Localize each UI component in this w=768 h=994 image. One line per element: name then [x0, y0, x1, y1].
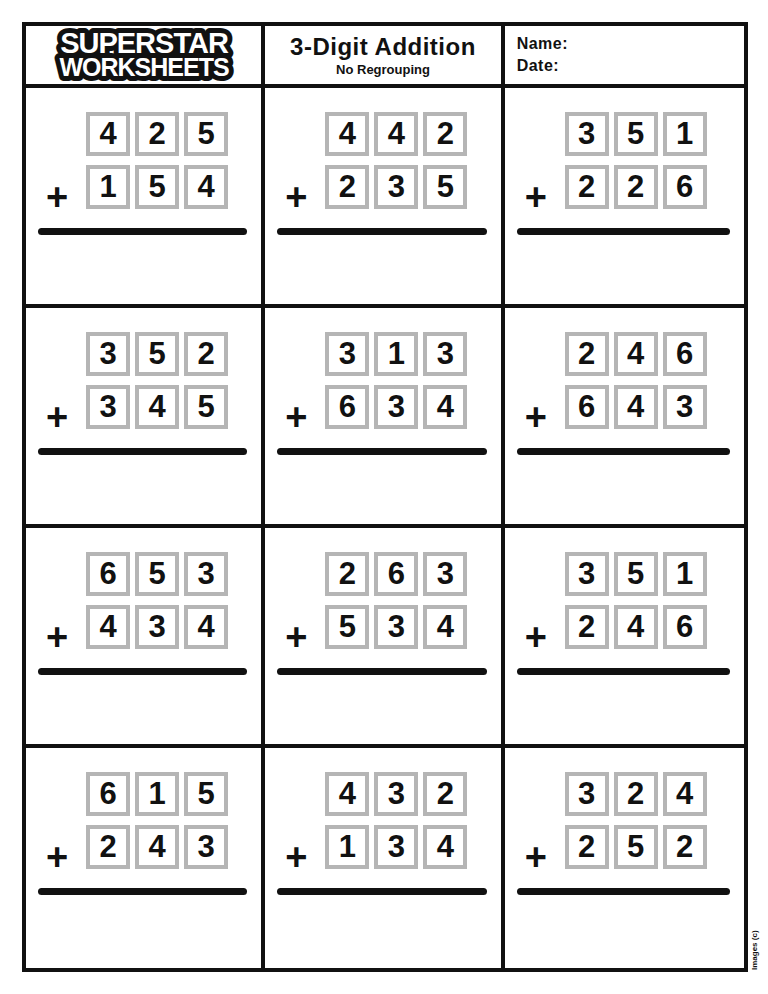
problem-cell: +425154 — [26, 88, 265, 308]
addend-bottom-row: 235 — [325, 165, 467, 209]
digit-box: 4 — [325, 772, 369, 816]
addend-boxes: 352345 — [86, 332, 228, 429]
answer-line — [277, 888, 486, 895]
digit-box: 2 — [565, 165, 609, 209]
answer-line — [277, 668, 486, 675]
plus-operator: + — [46, 398, 68, 436]
addend-boxes: 263534 — [325, 552, 467, 649]
addend-top-row: 425 — [86, 112, 228, 156]
name-label: Name: — [517, 35, 738, 53]
addend-bottom-row: 434 — [86, 605, 228, 649]
addend-boxes: 246643 — [565, 332, 707, 429]
date-label: Date: — [517, 57, 738, 75]
addend-top-row: 432 — [325, 772, 467, 816]
digit-box: 3 — [135, 605, 179, 649]
digit-box: 3 — [565, 772, 609, 816]
digit-box: 3 — [565, 112, 609, 156]
addend-boxes: 425154 — [86, 112, 228, 209]
digit-box: 5 — [135, 332, 179, 376]
addend-boxes: 432134 — [325, 772, 467, 869]
logo-cell: SUPERSTAR SUPERSTAR WORKSHEETS WORKSHEET… — [26, 26, 265, 88]
digit-box: 6 — [663, 605, 707, 649]
plus-operator: + — [285, 618, 307, 656]
digit-box: 4 — [86, 605, 130, 649]
digit-box: 5 — [423, 165, 467, 209]
addend-bottom-row: 246 — [565, 605, 707, 649]
digit-box: 2 — [135, 112, 179, 156]
digit-box: 5 — [614, 825, 658, 869]
title-cell: 3-Digit Addition No Regrouping — [265, 26, 504, 88]
digit-box: 3 — [86, 385, 130, 429]
plus-operator: + — [285, 398, 307, 436]
answer-line — [517, 228, 730, 235]
digit-box: 1 — [663, 552, 707, 596]
answer-line — [38, 228, 247, 235]
digit-box: 5 — [184, 112, 228, 156]
digit-box: 6 — [663, 165, 707, 209]
superstar-worksheets-logo: SUPERSTAR SUPERSTAR WORKSHEETS WORKSHEET… — [31, 26, 257, 84]
digit-box: 2 — [423, 112, 467, 156]
digit-box: 4 — [325, 112, 369, 156]
digit-box: 1 — [325, 825, 369, 869]
digit-box: 4 — [614, 332, 658, 376]
answer-line — [277, 448, 486, 455]
digit-box: 2 — [325, 165, 369, 209]
answer-line — [517, 448, 730, 455]
addend-bottom-row: 643 — [565, 385, 707, 429]
addend-boxes: 324252 — [565, 772, 707, 869]
plus-operator: + — [46, 618, 68, 656]
addend-boxes: 442235 — [325, 112, 467, 209]
addend-bottom-row: 345 — [86, 385, 228, 429]
digit-box: 4 — [663, 772, 707, 816]
digit-box: 3 — [423, 332, 467, 376]
addend-boxes: 615243 — [86, 772, 228, 869]
problem-cell: +324252 — [505, 748, 744, 968]
problem-cell: +313634 — [265, 308, 504, 528]
addend-boxes: 653434 — [86, 552, 228, 649]
answer-line — [38, 888, 247, 895]
digit-box: 4 — [184, 605, 228, 649]
digit-box: 5 — [325, 605, 369, 649]
plus-operator: + — [525, 178, 547, 216]
digit-box: 4 — [614, 385, 658, 429]
problem-cell: +442235 — [265, 88, 504, 308]
digit-box: 2 — [614, 772, 658, 816]
digit-box: 2 — [423, 772, 467, 816]
answer-line — [38, 668, 247, 675]
plus-operator: + — [285, 178, 307, 216]
digit-box: 2 — [663, 825, 707, 869]
digit-box: 3 — [374, 165, 418, 209]
addend-boxes: 313634 — [325, 332, 467, 429]
image-credit: Images (c) — [750, 930, 759, 970]
digit-box: 5 — [614, 112, 658, 156]
addend-top-row: 442 — [325, 112, 467, 156]
digit-box: 1 — [86, 165, 130, 209]
digit-box: 2 — [565, 825, 609, 869]
plus-operator: + — [46, 838, 68, 876]
digit-box: 3 — [663, 385, 707, 429]
answer-line — [517, 888, 730, 895]
worksheet-title: 3-Digit Addition — [290, 33, 476, 61]
name-date-cell: Name: Date: — [505, 26, 744, 88]
worksheet-page: SUPERSTAR SUPERSTAR WORKSHEETS WORKSHEET… — [0, 0, 768, 994]
digit-box: 2 — [86, 825, 130, 869]
addend-boxes: 351226 — [565, 112, 707, 209]
digit-box: 6 — [325, 385, 369, 429]
addend-top-row: 352 — [86, 332, 228, 376]
digit-box: 4 — [135, 385, 179, 429]
digit-box: 4 — [135, 825, 179, 869]
digit-box: 6 — [86, 552, 130, 596]
digit-box: 2 — [565, 332, 609, 376]
addend-top-row: 313 — [325, 332, 467, 376]
answer-line — [517, 668, 730, 675]
digit-box: 5 — [135, 165, 179, 209]
problem-cell: +351246 — [505, 528, 744, 748]
addend-bottom-row: 226 — [565, 165, 707, 209]
problem-cell: +432134 — [265, 748, 504, 968]
digit-box: 3 — [374, 825, 418, 869]
digit-box: 3 — [86, 332, 130, 376]
digit-box: 1 — [135, 772, 179, 816]
answer-line — [277, 228, 486, 235]
addend-bottom-row: 134 — [325, 825, 467, 869]
digit-box: 3 — [184, 552, 228, 596]
digit-box: 3 — [374, 605, 418, 649]
addend-top-row: 263 — [325, 552, 467, 596]
problem-cell: +653434 — [26, 528, 265, 748]
digit-box: 5 — [135, 552, 179, 596]
worksheet-sheet: SUPERSTAR SUPERSTAR WORKSHEETS WORKSHEET… — [22, 22, 748, 972]
addend-top-row: 351 — [565, 112, 707, 156]
digit-box: 4 — [184, 165, 228, 209]
digit-box: 3 — [565, 552, 609, 596]
digit-box: 4 — [423, 605, 467, 649]
addend-bottom-row: 154 — [86, 165, 228, 209]
problem-cell: +352345 — [26, 308, 265, 528]
digit-box: 4 — [86, 112, 130, 156]
addend-top-row: 246 — [565, 332, 707, 376]
addend-top-row: 615 — [86, 772, 228, 816]
digit-box: 4 — [374, 112, 418, 156]
digit-box: 3 — [184, 825, 228, 869]
digit-box: 2 — [325, 552, 369, 596]
digit-box: 6 — [663, 332, 707, 376]
digit-box: 2 — [565, 605, 609, 649]
plus-operator: + — [525, 618, 547, 656]
plus-operator: + — [525, 398, 547, 436]
addend-bottom-row: 252 — [565, 825, 707, 869]
addend-bottom-row: 634 — [325, 385, 467, 429]
digit-box: 6 — [565, 385, 609, 429]
addend-bottom-row: 243 — [86, 825, 228, 869]
digit-box: 4 — [614, 605, 658, 649]
logo-line2: WORKSHEETS — [59, 53, 229, 81]
digit-box: 5 — [184, 385, 228, 429]
digit-box: 5 — [184, 772, 228, 816]
digit-box: 1 — [663, 112, 707, 156]
plus-operator: + — [46, 178, 68, 216]
problem-cell: +351226 — [505, 88, 744, 308]
addend-bottom-row: 534 — [325, 605, 467, 649]
digit-box: 3 — [325, 332, 369, 376]
answer-line — [38, 448, 247, 455]
addend-top-row: 351 — [565, 552, 707, 596]
digit-box: 2 — [614, 165, 658, 209]
problem-cell: +263534 — [265, 528, 504, 748]
plus-operator: + — [285, 838, 307, 876]
problem-cell: +246643 — [505, 308, 744, 528]
plus-operator: + — [525, 838, 547, 876]
digit-box: 3 — [374, 385, 418, 429]
digit-box: 2 — [184, 332, 228, 376]
addend-top-row: 653 — [86, 552, 228, 596]
digit-box: 1 — [374, 332, 418, 376]
worksheet-subtitle: No Regrouping — [336, 62, 430, 77]
digit-box: 4 — [423, 825, 467, 869]
digit-box: 3 — [374, 772, 418, 816]
digit-box: 6 — [374, 552, 418, 596]
addend-boxes: 351246 — [565, 552, 707, 649]
digit-box: 4 — [423, 385, 467, 429]
digit-box: 5 — [614, 552, 658, 596]
digit-box: 6 — [86, 772, 130, 816]
addend-top-row: 324 — [565, 772, 707, 816]
problem-cell: +615243 — [26, 748, 265, 968]
digit-box: 3 — [423, 552, 467, 596]
